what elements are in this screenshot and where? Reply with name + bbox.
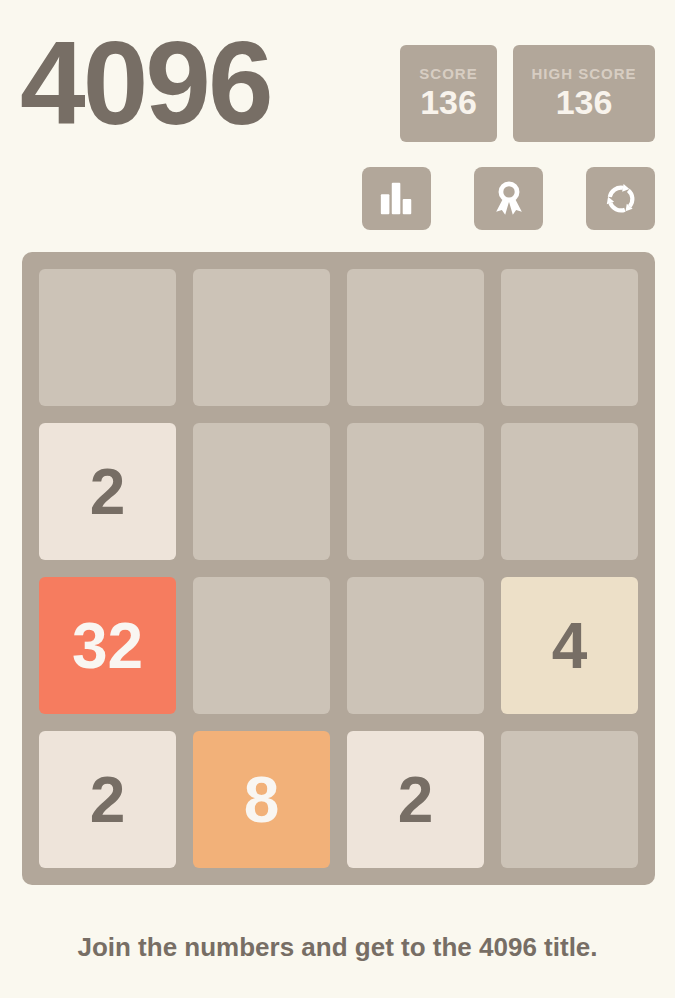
- restart-button[interactable]: [586, 167, 655, 230]
- tile-2-r3c0: 2: [39, 731, 176, 868]
- stats-button[interactable]: [362, 167, 431, 230]
- score-label: SCORE: [419, 65, 477, 83]
- empty-cell-r1c3: [501, 423, 638, 560]
- tile-2-r3c2: 2: [347, 731, 484, 868]
- tile-8-r3c1: 8: [193, 731, 330, 868]
- achievements-button[interactable]: [474, 167, 543, 230]
- score-panel: SCORE 136 HIGH SCORE 136: [400, 45, 655, 142]
- empty-cell-r1c1: [193, 423, 330, 560]
- ribbon-award-icon: [490, 180, 528, 218]
- tile-4-r2c3: 4: [501, 577, 638, 714]
- bar-chart-icon: [378, 180, 416, 218]
- empty-cell-r0c3: [501, 269, 638, 406]
- score-value: 136: [420, 83, 477, 122]
- high-score-label: HIGH SCORE: [531, 65, 636, 83]
- score-box: SCORE 136: [400, 45, 497, 142]
- empty-cell-r0c2: [347, 269, 484, 406]
- tile-2-r1c0: 2: [39, 423, 176, 560]
- empty-cell-r0c1: [193, 269, 330, 406]
- empty-cell-r2c1: [193, 577, 330, 714]
- empty-cell-r3c3: [501, 731, 638, 868]
- tile-32-r2c0: 32: [39, 577, 176, 714]
- empty-cell-r1c2: [347, 423, 484, 560]
- toolbar: [362, 167, 655, 230]
- high-score-value: 136: [556, 83, 613, 122]
- high-score-box: HIGH SCORE 136: [513, 45, 655, 142]
- game-window: 4096 SCORE 136 HIGH SCORE 136: [0, 0, 675, 998]
- game-board[interactable]: 2324282: [22, 252, 655, 885]
- tagline: Join the numbers and get to the 4096 tit…: [0, 932, 675, 963]
- refresh-cycle-icon: [602, 180, 640, 218]
- empty-cell-r0c0: [39, 269, 176, 406]
- empty-cell-r2c2: [347, 577, 484, 714]
- game-title: 4096: [20, 24, 271, 142]
